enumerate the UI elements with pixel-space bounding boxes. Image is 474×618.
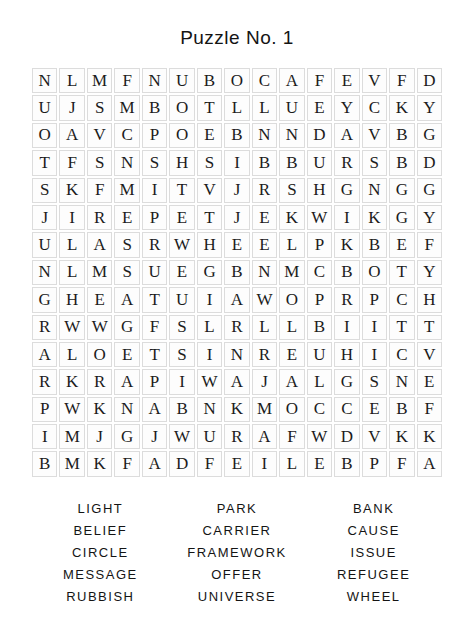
grid-cell-r13c14[interactable]: B: [389, 397, 414, 422]
grid-cell-r12c14[interactable]: N: [389, 369, 414, 394]
grid-cell-r14c11[interactable]: W: [307, 424, 332, 449]
grid-cell-r11c14[interactable]: C: [389, 342, 414, 367]
word-search-grid: NLMFNUBOCAFEVFDUJSMBOTLLUEYCKYOAVCPOEBNN…: [32, 68, 442, 477]
grid-cell-r5c10[interactable]: S: [279, 178, 304, 203]
grid-cell-r15c11[interactable]: E: [307, 451, 332, 476]
grid-cell-r5c1[interactable]: S: [32, 178, 57, 203]
grid-cell-r11c1[interactable]: A: [32, 342, 57, 367]
grid-cell-r10c13[interactable]: I: [362, 315, 387, 340]
grid-cell-r11c7[interactable]: I: [197, 342, 222, 367]
grid-cell-r9c14[interactable]: C: [389, 287, 414, 312]
grid-cell-r2c13[interactable]: C: [362, 95, 387, 120]
grid-cell-r8c2[interactable]: L: [59, 260, 84, 285]
grid-cell-r5c5[interactable]: I: [142, 178, 167, 203]
grid-cell-r2c8[interactable]: L: [224, 95, 249, 120]
word-item: MESSAGE: [32, 564, 169, 586]
grid-cell-r2c4[interactable]: M: [114, 95, 139, 120]
word-item: BANK: [305, 498, 442, 520]
word-item: CARRIER: [169, 520, 306, 542]
grid-cell-r11c9[interactable]: R: [252, 342, 277, 367]
grid-cell-r9c1[interactable]: G: [32, 287, 57, 312]
grid-cell-r5c8[interactable]: J: [224, 178, 249, 203]
grid-cell-r9c15[interactable]: H: [417, 287, 442, 312]
grid-cell-r5c15[interactable]: G: [417, 178, 442, 203]
grid-cell-r11c3[interactable]: O: [87, 342, 112, 367]
grid-cell-r7c15[interactable]: F: [417, 232, 442, 257]
grid-cell-r12c15[interactable]: E: [417, 369, 442, 394]
grid-cell-r14c3[interactable]: J: [87, 424, 112, 449]
grid-cell-r8c1[interactable]: N: [32, 260, 57, 285]
grid-cell-r12c6[interactable]: I: [169, 369, 194, 394]
grid-cell-r3c4[interactable]: C: [114, 123, 139, 148]
grid-cell-r14c15[interactable]: K: [417, 424, 442, 449]
grid-cell-r10c10[interactable]: L: [279, 315, 304, 340]
grid-cell-r2c7[interactable]: T: [197, 95, 222, 120]
grid-cell-r8c4[interactable]: S: [114, 260, 139, 285]
grid-cell-r13c12[interactable]: C: [334, 397, 359, 422]
grid-cell-r9c5[interactable]: T: [142, 287, 167, 312]
grid-cell-r15c6[interactable]: D: [169, 451, 194, 476]
grid-cell-r2c12[interactable]: Y: [334, 95, 359, 120]
grid-cell-r13c9[interactable]: M: [252, 397, 277, 422]
grid-cell-r1c7[interactable]: B: [197, 68, 222, 93]
grid-cell-r9c8[interactable]: A: [224, 287, 249, 312]
grid-cell-r3c9[interactable]: N: [252, 123, 277, 148]
word-item: PARK: [169, 498, 306, 520]
grid-cell-r6c2[interactable]: I: [59, 205, 84, 230]
grid-cell-r6c12[interactable]: I: [334, 205, 359, 230]
grid-cell-r3c1[interactable]: O: [32, 123, 57, 148]
grid-cell-r12c1[interactable]: R: [32, 369, 57, 394]
grid-cell-r1c9[interactable]: C: [252, 68, 277, 93]
grid-cell-r12c9[interactable]: J: [252, 369, 277, 394]
grid-cell-r15c7[interactable]: F: [197, 451, 222, 476]
grid-cell-r4c7[interactable]: S: [197, 150, 222, 175]
grid-cell-r6c14[interactable]: G: [389, 205, 414, 230]
grid-cell-r7c6[interactable]: W: [169, 232, 194, 257]
grid-cell-r10c11[interactable]: B: [307, 315, 332, 340]
grid-cell-r2c15[interactable]: Y: [417, 95, 442, 120]
grid-cell-r3c8[interactable]: B: [224, 123, 249, 148]
grid-cell-r13c8[interactable]: K: [224, 397, 249, 422]
grid-cell-r4c2[interactable]: F: [59, 150, 84, 175]
grid-cell-r9c6[interactable]: U: [169, 287, 194, 312]
grid-cell-r12c13[interactable]: S: [362, 369, 387, 394]
grid-cell-r7c11[interactable]: P: [307, 232, 332, 257]
grid-cell-r5c11[interactable]: H: [307, 178, 332, 203]
grid-cell-r1c13[interactable]: V: [362, 68, 387, 93]
grid-cell-r10c5[interactable]: F: [142, 315, 167, 340]
grid-cell-r15c10[interactable]: L: [279, 451, 304, 476]
grid-cell-r5c12[interactable]: G: [334, 178, 359, 203]
word-item: CIRCLE: [32, 542, 169, 564]
grid-cell-r13c5[interactable]: A: [142, 397, 167, 422]
grid-cell-r14c5[interactable]: J: [142, 424, 167, 449]
grid-cell-r12c7[interactable]: W: [197, 369, 222, 394]
grid-cell-r9c3[interactable]: E: [87, 287, 112, 312]
grid-cell-r5c7[interactable]: V: [197, 178, 222, 203]
grid-cell-r3c14[interactable]: B: [389, 123, 414, 148]
grid-cell-r7c5[interactable]: R: [142, 232, 167, 257]
word-item: OFFER: [169, 564, 306, 586]
grid-cell-r11c4[interactable]: E: [114, 342, 139, 367]
grid-cell-r9c9[interactable]: W: [252, 287, 277, 312]
grid-cell-r13c10[interactable]: O: [279, 397, 304, 422]
grid-cell-r8c6[interactable]: E: [169, 260, 194, 285]
grid-cell-r7c1[interactable]: U: [32, 232, 57, 257]
word-item: UNIVERSE: [169, 586, 306, 608]
grid-cell-r13c11[interactable]: C: [307, 397, 332, 422]
grid-cell-r3c7[interactable]: E: [197, 123, 222, 148]
grid-cell-r15c3[interactable]: K: [87, 451, 112, 476]
grid-cell-r7c13[interactable]: B: [362, 232, 387, 257]
grid-cell-r5c14[interactable]: G: [389, 178, 414, 203]
grid-cell-r3c12[interactable]: A: [334, 123, 359, 148]
grid-cell-r8c11[interactable]: C: [307, 260, 332, 285]
grid-cell-r1c10[interactable]: A: [279, 68, 304, 93]
grid-cell-r9c12[interactable]: R: [334, 287, 359, 312]
grid-cell-r14c2[interactable]: M: [59, 424, 84, 449]
word-item: REFUGEE: [305, 564, 442, 586]
word-list-column-2: PARKCARRIERFRAMEWORKOFFERUNIVERSE: [169, 498, 306, 608]
grid-cell-r7c2[interactable]: L: [59, 232, 84, 257]
word-list-column-1: LIGHTBELIEFCIRCLEMESSAGERUBBISH: [32, 498, 169, 608]
grid-cell-r4c8[interactable]: I: [224, 150, 249, 175]
grid-cell-r8c12[interactable]: B: [334, 260, 359, 285]
grid-cell-r2c2[interactable]: J: [59, 95, 84, 120]
grid-cell-r14c7[interactable]: U: [197, 424, 222, 449]
grid-cell-r12c12[interactable]: G: [334, 369, 359, 394]
grid-cell-r6c4[interactable]: E: [114, 205, 139, 230]
grid-cell-r10c9[interactable]: L: [252, 315, 277, 340]
grid-cell-r4c3[interactable]: S: [87, 150, 112, 175]
grid-cell-r10c3[interactable]: W: [87, 315, 112, 340]
grid-cell-r7c8[interactable]: E: [224, 232, 249, 257]
grid-cell-r4c13[interactable]: S: [362, 150, 387, 175]
grid-cell-r9c13[interactable]: P: [362, 287, 387, 312]
grid-cell-r1c14[interactable]: F: [389, 68, 414, 93]
grid-cell-r8c15[interactable]: Y: [417, 260, 442, 285]
grid-cell-r7c12[interactable]: K: [334, 232, 359, 257]
grid-cell-r1c15[interactable]: D: [417, 68, 442, 93]
grid-cell-r14c4[interactable]: G: [114, 424, 139, 449]
grid-cell-r13c15[interactable]: F: [417, 397, 442, 422]
grid-cell-r13c3[interactable]: K: [87, 397, 112, 422]
grid-cell-r4c11[interactable]: U: [307, 150, 332, 175]
grid-cell-r1c12[interactable]: E: [334, 68, 359, 93]
grid-cell-r2c14[interactable]: K: [389, 95, 414, 120]
grid-cell-r7c14[interactable]: E: [389, 232, 414, 257]
grid-cell-r14c9[interactable]: A: [252, 424, 277, 449]
grid-cell-r5c3[interactable]: F: [87, 178, 112, 203]
grid-cell-r4c9[interactable]: B: [252, 150, 277, 175]
grid-cell-r12c4[interactable]: A: [114, 369, 139, 394]
grid-cell-r10c14[interactable]: T: [389, 315, 414, 340]
grid-cell-r10c15[interactable]: T: [417, 315, 442, 340]
grid-cell-r6c13[interactable]: K: [362, 205, 387, 230]
grid-cell-r8c13[interactable]: O: [362, 260, 387, 285]
grid-cell-r5c13[interactable]: N: [362, 178, 387, 203]
grid-cell-r5c2[interactable]: K: [59, 178, 84, 203]
grid-cell-r4c5[interactable]: S: [142, 150, 167, 175]
grid-cell-r15c13[interactable]: P: [362, 451, 387, 476]
grid-cell-r1c2[interactable]: L: [59, 68, 84, 93]
grid-cell-r8c5[interactable]: U: [142, 260, 167, 285]
word-item: ISSUE: [305, 542, 442, 564]
grid-cell-r11c6[interactable]: S: [169, 342, 194, 367]
grid-cell-r13c6[interactable]: B: [169, 397, 194, 422]
grid-cell-r6c5[interactable]: P: [142, 205, 167, 230]
grid-cell-r3c11[interactable]: D: [307, 123, 332, 148]
grid-cell-r8c10[interactable]: M: [279, 260, 304, 285]
grid-cell-r2c5[interactable]: B: [142, 95, 167, 120]
grid-cell-r9c7[interactable]: I: [197, 287, 222, 312]
grid-cell-r7c4[interactable]: S: [114, 232, 139, 257]
grid-cell-r8c7[interactable]: G: [197, 260, 222, 285]
grid-cell-r1c5[interactable]: N: [142, 68, 167, 93]
word-item: WHEEL: [305, 586, 442, 608]
grid-cell-r2c11[interactable]: E: [307, 95, 332, 120]
grid-cell-r7c3[interactable]: A: [87, 232, 112, 257]
grid-cell-r15c5[interactable]: A: [142, 451, 167, 476]
grid-cell-r12c2[interactable]: K: [59, 369, 84, 394]
grid-cell-r15c2[interactable]: M: [59, 451, 84, 476]
grid-cell-r14c8[interactable]: R: [224, 424, 249, 449]
grid-cell-r15c15[interactable]: A: [417, 451, 442, 476]
grid-cell-r12c8[interactable]: A: [224, 369, 249, 394]
grid-cell-r1c11[interactable]: F: [307, 68, 332, 93]
grid-cell-r10c2[interactable]: W: [59, 315, 84, 340]
grid-cell-r1c1[interactable]: N: [32, 68, 57, 93]
grid-cell-r15c12[interactable]: B: [334, 451, 359, 476]
grid-cell-r3c2[interactable]: A: [59, 123, 84, 148]
grid-cell-r12c10[interactable]: A: [279, 369, 304, 394]
grid-cell-r7c10[interactable]: L: [279, 232, 304, 257]
grid-cell-r15c4[interactable]: F: [114, 451, 139, 476]
grid-cell-r6c7[interactable]: T: [197, 205, 222, 230]
grid-cell-r4c14[interactable]: B: [389, 150, 414, 175]
grid-cell-r11c5[interactable]: T: [142, 342, 167, 367]
grid-cell-r12c11[interactable]: L: [307, 369, 332, 394]
grid-cell-r4c15[interactable]: D: [417, 150, 442, 175]
grid-cell-r2c6[interactable]: O: [169, 95, 194, 120]
word-item: RUBBISH: [32, 586, 169, 608]
grid-cell-r3c10[interactable]: N: [279, 123, 304, 148]
grid-cell-r14c12[interactable]: D: [334, 424, 359, 449]
grid-cell-r4c12[interactable]: R: [334, 150, 359, 175]
grid-cell-r9c2[interactable]: H: [59, 287, 84, 312]
grid-cell-r2c3[interactable]: S: [87, 95, 112, 120]
grid-cell-r2c10[interactable]: U: [279, 95, 304, 120]
grid-cell-r1c8[interactable]: O: [224, 68, 249, 93]
grid-cell-r7c7[interactable]: H: [197, 232, 222, 257]
grid-cell-r6c15[interactable]: Y: [417, 205, 442, 230]
grid-cell-r10c6[interactable]: S: [169, 315, 194, 340]
grid-cell-r4c6[interactable]: H: [169, 150, 194, 175]
grid-cell-r8c9[interactable]: N: [252, 260, 277, 285]
grid-cell-r15c9[interactable]: I: [252, 451, 277, 476]
grid-cell-r3c6[interactable]: O: [169, 123, 194, 148]
grid-cell-r11c2[interactable]: L: [59, 342, 84, 367]
grid-cell-r7c9[interactable]: E: [252, 232, 277, 257]
grid-cell-r11c11[interactable]: U: [307, 342, 332, 367]
grid-cell-r10c1[interactable]: R: [32, 315, 57, 340]
word-item: LIGHT: [32, 498, 169, 520]
grid-cell-r9c10[interactable]: O: [279, 287, 304, 312]
grid-cell-r11c15[interactable]: V: [417, 342, 442, 367]
grid-cell-r12c5[interactable]: P: [142, 369, 167, 394]
grid-cell-r6c3[interactable]: R: [87, 205, 112, 230]
grid-cell-r1c4[interactable]: F: [114, 68, 139, 93]
grid-cell-r14c10[interactable]: F: [279, 424, 304, 449]
grid-cell-r10c12[interactable]: I: [334, 315, 359, 340]
grid-cell-r13c13[interactable]: E: [362, 397, 387, 422]
word-item: FRAMEWORK: [169, 542, 306, 564]
grid-cell-r5c6[interactable]: T: [169, 178, 194, 203]
grid-cell-r3c13[interactable]: V: [362, 123, 387, 148]
grid-cell-r5c9[interactable]: R: [252, 178, 277, 203]
grid-cell-r10c7[interactable]: L: [197, 315, 222, 340]
grid-cell-r6c11[interactable]: W: [307, 205, 332, 230]
grid-cell-r3c15[interactable]: G: [417, 123, 442, 148]
grid-cell-r11c13[interactable]: I: [362, 342, 387, 367]
grid-cell-r1c6[interactable]: U: [169, 68, 194, 93]
grid-cell-r12c3[interactable]: R: [87, 369, 112, 394]
puzzle-title: Puzzle No. 1: [0, 0, 474, 49]
word-search-page: Puzzle No. 1 NLMFNUBOCAFEVFDUJSMBOTLLUEY…: [0, 0, 474, 618]
grid-cell-r13c7[interactable]: N: [197, 397, 222, 422]
word-list: LIGHTBELIEFCIRCLEMESSAGERUBBISHPARKCARRI…: [32, 498, 442, 608]
grid-cell-r8c14[interactable]: T: [389, 260, 414, 285]
grid-cell-r6c6[interactable]: E: [169, 205, 194, 230]
grid-cell-r13c4[interactable]: N: [114, 397, 139, 422]
grid-cell-r6c8[interactable]: J: [224, 205, 249, 230]
grid-cell-r13c1[interactable]: P: [32, 397, 57, 422]
grid-cell-r2c9[interactable]: L: [252, 95, 277, 120]
grid-cell-r13c2[interactable]: W: [59, 397, 84, 422]
word-item: BELIEF: [32, 520, 169, 542]
word-item: CAUSE: [305, 520, 442, 542]
grid-cell-r2c1[interactable]: U: [32, 95, 57, 120]
grid-cell-r4c1[interactable]: T: [32, 150, 57, 175]
grid-cell-r15c8[interactable]: E: [224, 451, 249, 476]
word-list-column-3: BANKCAUSEISSUEREFUGEEWHEEL: [305, 498, 442, 608]
grid-cell-r14c6[interactable]: W: [169, 424, 194, 449]
grid-cell-r6c1[interactable]: J: [32, 205, 57, 230]
grid-cell-r10c8[interactable]: R: [224, 315, 249, 340]
grid-cell-r1c3[interactable]: M: [87, 68, 112, 93]
grid-cell-r15c14[interactable]: F: [389, 451, 414, 476]
grid-cell-r3c5[interactable]: P: [142, 123, 167, 148]
grid-cell-r14c13[interactable]: V: [362, 424, 387, 449]
grid-cell-r4c4[interactable]: N: [114, 150, 139, 175]
grid-cell-r14c1[interactable]: I: [32, 424, 57, 449]
grid-cell-r9c4[interactable]: A: [114, 287, 139, 312]
grid-cell-r15c1[interactable]: B: [32, 451, 57, 476]
grid-cell-r10c4[interactable]: G: [114, 315, 139, 340]
grid-cell-r3c3[interactable]: V: [87, 123, 112, 148]
grid-cell-r8c8[interactable]: B: [224, 260, 249, 285]
grid-cell-r11c8[interactable]: N: [224, 342, 249, 367]
grid-cell-r9c11[interactable]: P: [307, 287, 332, 312]
grid-cell-r8c3[interactable]: M: [87, 260, 112, 285]
grid-cell-r11c12[interactable]: H: [334, 342, 359, 367]
grid-cell-r6c10[interactable]: K: [279, 205, 304, 230]
grid-cell-r6c9[interactable]: E: [252, 205, 277, 230]
grid-cell-r11c10[interactable]: E: [279, 342, 304, 367]
grid-cell-r4c10[interactable]: B: [279, 150, 304, 175]
grid-cell-r5c4[interactable]: M: [114, 178, 139, 203]
grid-cell-r14c14[interactable]: K: [389, 424, 414, 449]
